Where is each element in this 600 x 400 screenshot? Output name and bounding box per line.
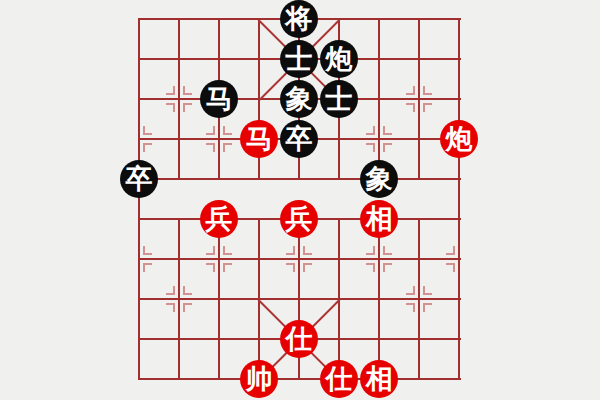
point-marker xyxy=(166,303,175,312)
piece-black-horse[interactable]: 马 xyxy=(200,80,238,118)
piece-red-advisor[interactable]: 仕 xyxy=(320,360,358,398)
point-marker xyxy=(406,86,415,95)
point-marker xyxy=(366,246,375,255)
point-marker xyxy=(223,246,232,255)
piece-red-advisor[interactable]: 仕 xyxy=(280,320,318,358)
point-marker xyxy=(286,263,295,272)
point-marker xyxy=(303,246,312,255)
point-marker xyxy=(183,103,192,112)
piece-red-general[interactable]: 帅 xyxy=(240,360,278,398)
point-marker xyxy=(366,143,375,152)
grid-line-v6-bottom xyxy=(378,218,380,380)
grid-line-h9 xyxy=(139,378,461,380)
point-marker xyxy=(183,286,192,295)
xiangqi-board[interactable]: 将士炮马象士马卒炮卒象兵兵相仕帅仕相 xyxy=(0,0,600,400)
piece-red-elephant[interactable]: 相 xyxy=(360,200,398,238)
piece-black-pawn[interactable]: 卒 xyxy=(280,120,318,158)
grid-line-v8 xyxy=(458,18,460,380)
grid-line-v7-top xyxy=(418,18,420,180)
point-marker xyxy=(303,263,312,272)
point-marker xyxy=(423,103,432,112)
point-marker xyxy=(223,263,232,272)
piece-red-pawn[interactable]: 兵 xyxy=(280,200,318,238)
grid-line-v0 xyxy=(138,18,140,380)
piece-black-elephant[interactable]: 象 xyxy=(280,80,318,118)
point-marker xyxy=(383,263,392,272)
grid-line-v6-top xyxy=(378,18,380,180)
point-marker xyxy=(286,246,295,255)
grid-line-h6 xyxy=(139,258,461,260)
grid-line-v2-bottom xyxy=(218,218,220,380)
point-marker xyxy=(206,143,215,152)
grid-line-v7-bottom xyxy=(418,218,420,380)
point-marker xyxy=(166,286,175,295)
point-marker xyxy=(206,246,215,255)
point-marker xyxy=(166,103,175,112)
piece-black-general[interactable]: 将 xyxy=(280,0,318,38)
point-marker xyxy=(223,143,232,152)
point-marker xyxy=(423,286,432,295)
point-marker xyxy=(446,263,455,272)
piece-black-advisor[interactable]: 士 xyxy=(280,40,318,78)
point-marker xyxy=(366,263,375,272)
point-marker xyxy=(166,86,175,95)
grid-line-v1-bottom xyxy=(178,218,180,380)
point-marker xyxy=(143,143,152,152)
piece-black-advisor[interactable]: 士 xyxy=(320,80,358,118)
point-marker xyxy=(143,126,152,135)
piece-black-cannon[interactable]: 炮 xyxy=(320,40,358,78)
piece-red-cannon[interactable]: 炮 xyxy=(440,120,478,158)
point-marker xyxy=(183,86,192,95)
point-marker xyxy=(366,126,375,135)
piece-black-elephant[interactable]: 象 xyxy=(360,160,398,198)
point-marker xyxy=(143,263,152,272)
piece-red-elephant[interactable]: 相 xyxy=(360,360,398,398)
piece-red-pawn[interactable]: 兵 xyxy=(200,200,238,238)
point-marker xyxy=(423,303,432,312)
point-marker xyxy=(383,143,392,152)
point-marker xyxy=(423,86,432,95)
point-marker xyxy=(206,126,215,135)
point-marker xyxy=(406,286,415,295)
point-marker xyxy=(383,126,392,135)
point-marker xyxy=(143,246,152,255)
point-marker xyxy=(406,303,415,312)
grid-line-h7 xyxy=(139,298,461,300)
point-marker xyxy=(183,303,192,312)
grid-line-h4 xyxy=(139,178,461,180)
point-marker xyxy=(223,126,232,135)
piece-red-horse[interactable]: 马 xyxy=(240,120,278,158)
point-marker xyxy=(206,263,215,272)
piece-black-pawn[interactable]: 卒 xyxy=(120,160,158,198)
point-marker xyxy=(383,246,392,255)
grid-line-v1-top xyxy=(178,18,180,180)
point-marker xyxy=(446,246,455,255)
point-marker xyxy=(406,103,415,112)
